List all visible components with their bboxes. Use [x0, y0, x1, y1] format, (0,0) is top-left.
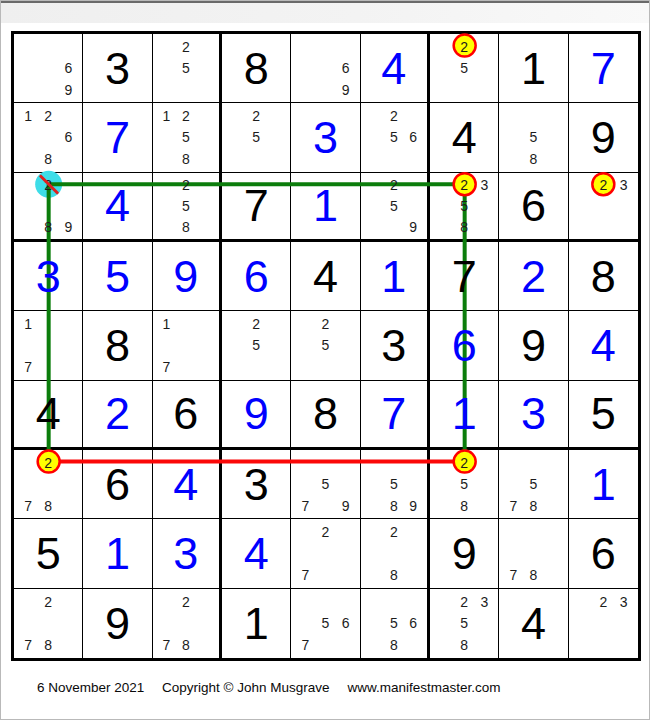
cell-r8c3: 3	[153, 519, 222, 588]
pencil-mark	[434, 195, 454, 216]
pencil-mark: 2	[246, 313, 266, 334]
cell-r2c7: 4	[430, 103, 499, 172]
pencil-mark: 2	[315, 313, 335, 334]
pencil-mark: 7	[295, 564, 315, 585]
pencil-mark	[196, 79, 215, 100]
pencil-mark	[226, 313, 246, 334]
pencil-marks: 578	[499, 450, 567, 518]
pencil-mark	[404, 543, 423, 564]
big-digit: 3	[244, 462, 269, 507]
pencil-mark	[384, 543, 403, 564]
pencil-mark	[176, 335, 195, 356]
pencil-mark: 7	[503, 564, 523, 585]
pencil-mark: 5	[523, 473, 543, 494]
pencil-mark	[295, 335, 315, 356]
pencil-mark	[18, 335, 38, 356]
pencil-marks: 23	[569, 173, 638, 239]
pencil-marks: 568	[361, 589, 427, 658]
pencil-marks: 258	[430, 450, 498, 518]
cell-r2c6: 256	[361, 103, 430, 172]
cell-r3c4: 7	[222, 173, 291, 242]
cell-r1c5: 69	[291, 34, 360, 103]
big-digit: 2	[105, 391, 130, 436]
cell-r2c4: 25	[222, 103, 291, 172]
pencil-mark	[434, 612, 454, 634]
pencil-mark	[18, 612, 38, 634]
pencil-mark: 8	[176, 216, 195, 237]
big-digit: 8	[244, 46, 269, 91]
pencil-mark	[157, 57, 176, 78]
pencil-mark	[38, 57, 58, 78]
pencil-mark	[266, 148, 286, 169]
pencil-mark	[196, 175, 215, 196]
pencil-mark	[38, 473, 58, 494]
pencil-mark	[176, 79, 195, 100]
pencil-mark	[544, 105, 564, 126]
cell-r5c4: 25	[222, 311, 291, 380]
pencil-mark	[384, 216, 403, 237]
pencil-mark	[474, 57, 494, 78]
pencil-mark: 7	[157, 634, 176, 656]
pencil-mark	[474, 473, 494, 494]
pencil-marks: 28	[361, 519, 427, 587]
pencil-mark: 5	[176, 127, 195, 148]
pencil-mark	[593, 634, 613, 656]
pencil-mark	[266, 105, 286, 126]
pencil-mark	[384, 148, 403, 169]
pencil-mark	[226, 127, 246, 148]
cell-r4c8: 2	[499, 242, 568, 311]
pencil-mark	[315, 495, 335, 516]
pencil-mark: 8	[176, 148, 195, 169]
cell-r7c8: 578	[499, 450, 568, 519]
cell-r5c1: 17	[14, 311, 83, 380]
big-digit: 9	[105, 601, 130, 646]
pencil-mark	[544, 521, 564, 542]
pencil-mark	[384, 452, 403, 473]
big-digit: 3	[313, 115, 338, 160]
pencil-mark: 8	[384, 495, 403, 516]
pencil-mark	[503, 473, 523, 494]
pencil-mark	[196, 105, 215, 126]
pencil-mark	[38, 313, 58, 334]
pencil-mark	[614, 612, 634, 634]
cell-r3c9: 23	[569, 173, 638, 242]
pencil-mark: 1	[157, 105, 176, 126]
pencil-mark	[196, 195, 215, 216]
cell-r8c1: 5	[14, 519, 83, 588]
caption-date: 6 November 2021	[37, 680, 144, 695]
pencil-mark	[157, 36, 176, 57]
pencil-mark: 1	[157, 313, 176, 334]
pencil-marks: 58	[499, 103, 567, 171]
pencil-mark: 5	[384, 195, 403, 216]
big-digit: 4	[36, 391, 61, 436]
pencil-mark: 5	[454, 612, 474, 634]
pencil-mark	[58, 591, 78, 613]
pencil-marks: 278	[153, 589, 219, 658]
big-digit: 1	[381, 254, 406, 299]
pencil-mark: 8	[176, 634, 195, 656]
pencil-marks: 2358	[430, 173, 498, 239]
cell-r1c4: 8	[222, 34, 291, 103]
pencil-mark	[58, 634, 78, 656]
pencil-marks: 567	[291, 589, 359, 658]
big-digit: 4	[105, 183, 130, 228]
big-digit: 7	[244, 183, 269, 228]
pencil-mark	[544, 473, 564, 494]
pencil-mark	[434, 452, 454, 473]
pencil-mark: 7	[18, 495, 38, 516]
pencil-mark	[474, 495, 494, 516]
pencil-mark: 2	[384, 521, 403, 542]
pencil-mark	[404, 521, 423, 542]
pencil-mark	[18, 79, 38, 100]
big-digit: 9	[591, 115, 616, 160]
cell-r9c9: 23	[569, 589, 638, 658]
pencil-mark	[157, 612, 176, 634]
pencil-mark	[404, 195, 423, 216]
pencil-mark	[336, 313, 356, 334]
pencil-mark	[38, 195, 58, 216]
big-digit: 6	[452, 323, 477, 368]
cell-r6c2: 2	[83, 381, 152, 450]
cell-r3c3: 258	[153, 173, 222, 242]
big-digit: 4	[381, 46, 406, 91]
pencil-mark	[157, 591, 176, 613]
pencil-mark	[365, 452, 384, 473]
big-digit: 6	[173, 391, 198, 436]
caption: 6 November 2021 Copyright © John Musgrav…	[37, 680, 514, 695]
pencil-mark: 2	[454, 591, 474, 613]
big-digit: 6	[105, 462, 130, 507]
cell-r9c5: 567	[291, 589, 360, 658]
pencil-marks: 258	[153, 173, 219, 239]
pencil-mark: 2	[593, 175, 613, 196]
pencil-mark: 2	[176, 36, 195, 57]
big-digit: 4	[173, 462, 198, 507]
pencil-mark	[266, 356, 286, 377]
cell-r9c2: 9	[83, 589, 152, 658]
pencil-mark: 2	[315, 521, 335, 542]
pencil-mark	[474, 612, 494, 634]
pencil-mark	[336, 634, 356, 656]
pencil-mark: 5	[246, 335, 266, 356]
big-digit: 2	[521, 254, 546, 299]
pencil-mark	[503, 127, 523, 148]
cell-r7c7: 258	[430, 450, 499, 519]
pencil-mark: 2	[38, 591, 58, 613]
cell-r7c5: 579	[291, 450, 360, 519]
pencil-mark: 2	[454, 452, 474, 473]
pencil-mark	[196, 356, 215, 377]
pencil-mark	[38, 36, 58, 57]
pencil-mark: 5	[454, 473, 474, 494]
big-digit: 3	[521, 391, 546, 436]
cell-r9c3: 278	[153, 589, 222, 658]
pencil-mark	[365, 175, 384, 196]
pencil-mark	[523, 521, 543, 542]
pencil-mark	[523, 105, 543, 126]
pencil-mark	[295, 79, 315, 100]
pencil-mark	[315, 356, 335, 377]
pencil-mark	[315, 36, 335, 57]
cell-r5c6: 3	[361, 311, 430, 380]
pencil-mark	[58, 356, 78, 377]
pencil-mark	[434, 591, 454, 613]
pencil-mark	[336, 452, 356, 473]
cell-r7c9: 1	[569, 450, 638, 519]
pencil-mark	[58, 495, 78, 516]
big-digit: 1	[105, 531, 130, 576]
pencil-mark	[336, 591, 356, 613]
pencil-mark	[336, 564, 356, 585]
pencil-mark	[503, 521, 523, 542]
big-digit: 4	[521, 601, 546, 646]
pencil-mark: 2	[593, 591, 613, 613]
pencil-mark: 8	[454, 634, 474, 656]
pencil-mark	[315, 57, 335, 78]
pencil-mark	[295, 313, 315, 334]
pencil-mark	[295, 473, 315, 494]
caption-website: www.manifestmaster.com	[347, 680, 500, 695]
pencil-mark	[544, 452, 564, 473]
pencil-mark: 8	[38, 216, 58, 237]
cell-r2c9: 9	[569, 103, 638, 172]
cell-r4c1: 3	[14, 242, 83, 311]
pencil-mark: 7	[157, 356, 176, 377]
pencil-mark	[404, 175, 423, 196]
pencil-mark: 5	[315, 335, 335, 356]
pencil-mark	[18, 216, 38, 237]
pencil-mark	[573, 175, 593, 196]
cell-r7c3: 4	[153, 450, 222, 519]
pencil-marks: 25	[222, 103, 290, 171]
cell-r5c5: 25	[291, 311, 360, 380]
pencil-mark	[544, 127, 564, 148]
cell-r4c7: 7	[430, 242, 499, 311]
pencil-mark	[336, 36, 356, 57]
big-digit: 1	[244, 601, 269, 646]
pencil-mark	[573, 634, 593, 656]
big-digit: 7	[381, 391, 406, 436]
pencil-mark	[593, 612, 613, 634]
caption-copyright: Copyright © John Musgrave	[162, 680, 330, 695]
big-digit: 7	[452, 254, 477, 299]
cell-r5c7: 6	[430, 311, 499, 380]
big-digit: 5	[105, 254, 130, 299]
pencil-marks: 69	[291, 34, 359, 102]
cell-r9c6: 568	[361, 589, 430, 658]
pencil-mark	[157, 216, 176, 237]
big-digit: 4	[452, 115, 477, 160]
pencil-mark: 5	[315, 612, 335, 634]
big-digit: 6	[591, 531, 616, 576]
big-digit: 6	[521, 183, 546, 228]
pencil-mark	[246, 148, 266, 169]
pencil-mark	[544, 148, 564, 169]
pencil-mark: 6	[336, 612, 356, 634]
pencil-mark: 2	[38, 105, 58, 126]
pencil-mark	[365, 473, 384, 494]
pencil-mark	[503, 105, 523, 126]
pencil-mark: 6	[58, 57, 78, 78]
cell-r1c3: 25	[153, 34, 222, 103]
pencil-mark: 7	[295, 495, 315, 516]
pencil-mark	[18, 36, 38, 57]
pencil-mark	[503, 543, 523, 564]
pencil-mark	[196, 591, 215, 613]
pencil-mark: 7	[18, 634, 38, 656]
pencil-mark	[58, 335, 78, 356]
pencil-marks: 579	[291, 450, 359, 518]
pencil-mark	[474, 634, 494, 656]
pencil-marks: 25	[222, 311, 290, 379]
cell-r9c4: 1	[222, 589, 291, 658]
pencil-mark	[614, 216, 634, 237]
pencil-mark: 2	[384, 105, 403, 126]
pencil-mark	[196, 127, 215, 148]
cell-r6c9: 5	[569, 381, 638, 450]
pencil-mark	[295, 36, 315, 57]
cell-r2c5: 3	[291, 103, 360, 172]
cell-r9c8: 4	[499, 589, 568, 658]
pencil-marks: 23	[569, 589, 638, 658]
pencil-mark	[474, 79, 494, 100]
cell-r8c7: 9	[430, 519, 499, 588]
pencil-mark: 8	[454, 216, 474, 237]
pencil-mark	[614, 195, 634, 216]
big-digit: 8	[313, 391, 338, 436]
pencil-mark: 2	[38, 452, 58, 473]
pencil-mark	[18, 57, 38, 78]
pencil-mark	[365, 216, 384, 237]
pencil-mark	[315, 452, 335, 473]
pencil-mark	[226, 148, 246, 169]
cell-r6c7: 1	[430, 381, 499, 450]
pencil-mark	[365, 105, 384, 126]
pencil-mark	[196, 612, 215, 634]
pencil-marks: 25	[153, 34, 219, 102]
pencil-mark: 2	[454, 175, 474, 196]
pencil-mark: 5	[384, 127, 403, 148]
big-digit: 9	[173, 254, 198, 299]
cell-r2c8: 58	[499, 103, 568, 172]
cell-r3c2: 4	[83, 173, 152, 242]
pencil-mark: 9	[404, 495, 423, 516]
pencil-mark	[315, 79, 335, 100]
pencil-mark	[365, 543, 384, 564]
pencil-mark: 9	[336, 79, 356, 100]
pencil-mark	[295, 543, 315, 564]
big-digit: 7	[105, 115, 130, 160]
cell-r8c8: 78	[499, 519, 568, 588]
pencil-marks: 1258	[153, 103, 219, 171]
big-digit: 8	[591, 254, 616, 299]
pencil-mark	[38, 335, 58, 356]
pencil-mark	[196, 57, 215, 78]
pencil-mark: 9	[58, 79, 78, 100]
pencil-mark: 7	[295, 634, 315, 656]
pencil-mark: 3	[474, 591, 494, 613]
pencil-mark	[295, 612, 315, 634]
cell-r3c6: 259	[361, 173, 430, 242]
pencil-mark: 8	[523, 564, 543, 585]
pencil-marks: 17	[153, 311, 219, 379]
pencil-marks: 256	[361, 103, 427, 171]
pencil-mark	[295, 356, 315, 377]
cell-r8c6: 28	[361, 519, 430, 588]
pencil-mark	[454, 79, 474, 100]
pencil-mark	[474, 216, 494, 237]
pencil-mark	[226, 335, 246, 356]
pencil-mark	[434, 175, 454, 196]
pencil-mark	[226, 356, 246, 377]
pencil-mark	[38, 356, 58, 377]
pencil-mark	[593, 216, 613, 237]
big-digit: 5	[591, 391, 616, 436]
pencil-mark	[503, 452, 523, 473]
big-digit: 9	[521, 323, 546, 368]
pencil-mark: 5	[384, 612, 403, 634]
big-digit: 7	[591, 46, 616, 91]
pencil-mark: 3	[614, 591, 634, 613]
cell-r4c3: 9	[153, 242, 222, 311]
pencil-mark: 2	[246, 105, 266, 126]
pencil-mark	[176, 612, 195, 634]
cell-r7c2: 6	[83, 450, 152, 519]
pencil-marks: 27	[291, 519, 359, 587]
pencil-mark	[157, 127, 176, 148]
pencil-mark: 2	[176, 105, 195, 126]
pencil-mark	[544, 543, 564, 564]
pencil-mark	[336, 473, 356, 494]
pencil-mark: 8	[384, 564, 403, 585]
pencil-mark: 5	[176, 57, 195, 78]
cell-r5c3: 17	[153, 311, 222, 380]
pencil-mark: 8	[384, 634, 403, 656]
pencil-mark	[157, 175, 176, 196]
pencil-mark	[474, 195, 494, 216]
pencil-marks: 1268	[14, 103, 82, 171]
pencil-mark: 6	[336, 57, 356, 78]
big-digit: 3	[173, 531, 198, 576]
pencil-mark	[58, 313, 78, 334]
pencil-mark	[404, 105, 423, 126]
big-digit: 4	[591, 323, 616, 368]
pencil-mark: 5	[454, 57, 474, 78]
pencil-mark	[226, 105, 246, 126]
cell-r6c4: 9	[222, 381, 291, 450]
pencil-marks: 259	[361, 173, 427, 239]
pencil-mark	[544, 495, 564, 516]
big-digit: 5	[36, 531, 61, 576]
pencil-mark	[384, 591, 403, 613]
pencil-mark	[544, 564, 564, 585]
pencil-mark	[503, 148, 523, 169]
pencil-mark	[196, 634, 215, 656]
big-digit: 3	[381, 323, 406, 368]
pencil-mark	[38, 612, 58, 634]
pencil-mark	[18, 473, 38, 494]
pencil-mark: 2	[384, 175, 403, 196]
pencil-mark: 5	[523, 127, 543, 148]
pencil-marks: 78	[499, 519, 567, 587]
pencil-mark	[365, 195, 384, 216]
cell-r4c9: 8	[569, 242, 638, 311]
pencil-mark	[246, 356, 266, 377]
pencil-mark	[523, 543, 543, 564]
